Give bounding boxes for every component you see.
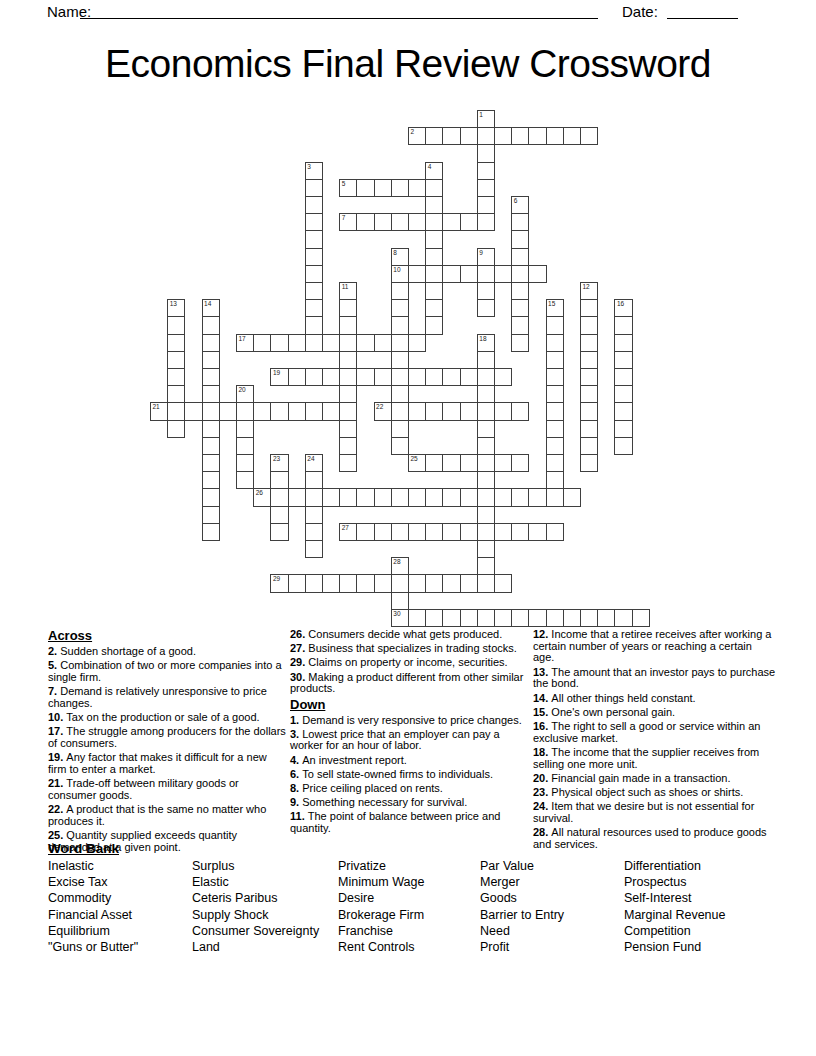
grid-cell[interactable] [356, 213, 374, 231]
grid-cell[interactable] [546, 334, 564, 352]
grid-cell[interactable] [511, 127, 529, 145]
grid-cell[interactable] [391, 316, 409, 334]
grid-cell[interactable] [425, 609, 443, 627]
grid-cell[interactable] [236, 402, 254, 420]
grid-cell[interactable] [425, 179, 443, 197]
grid-cell[interactable] [305, 540, 323, 558]
grid-cell[interactable] [442, 127, 460, 145]
grid-cell[interactable] [494, 454, 512, 472]
grid-cell[interactable] [460, 213, 478, 231]
grid-cell[interactable] [460, 127, 478, 145]
grid-cell[interactable] [270, 471, 288, 489]
grid-cell[interactable] [614, 316, 632, 334]
grid-cell[interactable] [374, 523, 392, 541]
grid-cell[interactable]: 6 [511, 196, 529, 214]
grid-cell[interactable] [391, 179, 409, 197]
grid-cell[interactable] [477, 523, 495, 541]
grid-cell[interactable] [425, 299, 443, 317]
grid-cell[interactable] [511, 609, 529, 627]
grid-cell[interactable] [339, 316, 357, 334]
grid-cell[interactable] [305, 282, 323, 300]
grid-cell[interactable] [460, 454, 478, 472]
grid-cell[interactable] [477, 368, 495, 386]
grid-cell[interactable] [546, 420, 564, 438]
grid-cell[interactable] [219, 402, 237, 420]
grid-cell[interactable]: 9 [477, 248, 495, 266]
grid-cell[interactable] [511, 402, 529, 420]
clue-number: 1. [290, 714, 302, 726]
grid-cell[interactable] [614, 368, 632, 386]
clue: 14. All other things held constant. [533, 693, 776, 705]
grid-cell[interactable] [477, 213, 495, 231]
grid-cell[interactable] [546, 351, 564, 369]
grid-cell[interactable] [477, 540, 495, 558]
grid-cell[interactable] [184, 402, 202, 420]
grid-cell[interactable] [494, 402, 512, 420]
grid-cell[interactable] [202, 402, 220, 420]
grid-cell[interactable] [408, 334, 426, 352]
grid-cell[interactable] [442, 454, 460, 472]
grid-cell[interactable] [202, 368, 220, 386]
grid-cell[interactable] [425, 248, 443, 266]
grid-cell[interactable] [511, 454, 529, 472]
grid-cell[interactable] [236, 437, 254, 455]
grid-cell[interactable] [511, 248, 529, 266]
grid-cell[interactable] [614, 420, 632, 438]
grid-cell[interactable] [408, 368, 426, 386]
grid-cell[interactable] [408, 609, 426, 627]
clue: 1. Demand is very responsive to price ch… [290, 715, 530, 727]
clue: 19. Any factor that makes it difficult f… [48, 752, 288, 775]
grid-cell[interactable] [339, 574, 357, 592]
grid-cell[interactable] [202, 385, 220, 403]
grid-cell[interactable] [305, 488, 323, 506]
grid-cell[interactable] [477, 299, 495, 317]
grid-cell[interactable] [305, 523, 323, 541]
grid-cell[interactable] [460, 574, 478, 592]
grid-cell[interactable]: 22 [374, 402, 392, 420]
grid-cell[interactable] [356, 523, 374, 541]
grid-cell[interactable] [391, 523, 409, 541]
grid-cell[interactable] [477, 282, 495, 300]
grid-cell[interactable] [494, 574, 512, 592]
grid-cell[interactable] [391, 385, 409, 403]
grid-cell[interactable] [614, 351, 632, 369]
grid-cell[interactable]: 20 [236, 385, 254, 403]
grid-cell[interactable]: 21 [150, 402, 168, 420]
grid-cell[interactable] [494, 368, 512, 386]
grid-cell[interactable] [305, 248, 323, 266]
grid-cell[interactable] [391, 351, 409, 369]
grid-cell[interactable] [477, 385, 495, 403]
clue-number: 28. [533, 826, 551, 838]
clue-number: 18. [533, 746, 551, 758]
grid-cell[interactable] [374, 213, 392, 231]
grid-cell[interactable] [236, 454, 254, 472]
grid-cell[interactable] [614, 334, 632, 352]
grid-cell[interactable] [511, 213, 529, 231]
grid-cell[interactable] [408, 265, 426, 283]
grid-cell[interactable] [202, 506, 220, 524]
grid-cell[interactable]: 26 [253, 488, 271, 506]
grid-cell[interactable] [322, 574, 340, 592]
grid-cell[interactable] [442, 609, 460, 627]
grid-cell[interactable] [408, 488, 426, 506]
grid-cell[interactable] [425, 316, 443, 334]
grid-cell[interactable] [477, 574, 495, 592]
grid-cell[interactable] [339, 420, 357, 438]
grid-cell[interactable] [374, 368, 392, 386]
cell-number: 12 [583, 283, 590, 290]
clue: 8. Price ceiling placed on rents. [290, 783, 530, 795]
clue-number: 7. [48, 685, 60, 697]
grid-cell[interactable]: 7 [339, 213, 357, 231]
date-label: Date: [622, 3, 658, 20]
grid-cell[interactable] [511, 265, 529, 283]
grid-cell[interactable] [477, 437, 495, 455]
grid-cell[interactable] [356, 334, 374, 352]
grid-cell[interactable]: 18 [477, 334, 495, 352]
grid-cell[interactable] [477, 609, 495, 627]
grid-cell[interactable] [305, 213, 323, 231]
grid-cell[interactable] [614, 402, 632, 420]
grid-cell[interactable] [546, 454, 564, 472]
grid-cell[interactable] [391, 213, 409, 231]
grid-cell[interactable] [408, 574, 426, 592]
grid-cell[interactable] [528, 488, 546, 506]
grid-cell[interactable]: 1 [477, 110, 495, 128]
grid-cell[interactable] [253, 402, 271, 420]
grid-cell[interactable] [614, 437, 632, 455]
grid-cell[interactable] [511, 316, 529, 334]
grid-cell[interactable]: 25 [408, 454, 426, 472]
grid-cell[interactable] [374, 179, 392, 197]
grid-cell[interactable] [442, 574, 460, 592]
grid-cell[interactable] [494, 523, 512, 541]
grid-cell[interactable] [580, 402, 598, 420]
grid-cell[interactable] [477, 127, 495, 145]
grid-cell[interactable] [442, 213, 460, 231]
grid-cell[interactable] [167, 351, 185, 369]
grid-cell[interactable] [442, 488, 460, 506]
grid-cell[interactable] [546, 127, 564, 145]
grid-cell[interactable] [305, 506, 323, 524]
name-blank-line[interactable] [80, 2, 598, 19]
grid-cell[interactable]: 3 [305, 162, 323, 180]
cell-number: 19 [273, 369, 280, 376]
grid-cell[interactable] [528, 609, 546, 627]
grid-cell[interactable] [391, 420, 409, 438]
grid-cell[interactable] [425, 282, 443, 300]
grid-cell[interactable] [202, 351, 220, 369]
grid-cell[interactable] [477, 557, 495, 575]
grid-cell[interactable] [477, 506, 495, 524]
grid-cell[interactable] [288, 368, 306, 386]
grid-cell[interactable] [580, 368, 598, 386]
grid-cell[interactable] [253, 334, 271, 352]
grid-cell[interactable] [494, 488, 512, 506]
grid-cell[interactable] [580, 127, 598, 145]
grid-cell[interactable] [477, 471, 495, 489]
grid-cell[interactable] [580, 437, 598, 455]
grid-cell[interactable] [305, 402, 323, 420]
grid-cell[interactable] [270, 506, 288, 524]
grid-cell[interactable] [374, 334, 392, 352]
grid-cell[interactable]: 15 [546, 299, 564, 317]
word-bank-column-3: PrivatizeMinimum WageDesireBrokerage Fir… [338, 858, 424, 955]
grid-cell[interactable] [356, 488, 374, 506]
grid-cell[interactable] [546, 609, 564, 627]
grid-cell[interactable]: 17 [236, 334, 254, 352]
word-bank-item: Minimum Wage [338, 874, 424, 890]
grid-cell[interactable] [339, 299, 357, 317]
grid-cell[interactable] [270, 523, 288, 541]
grid-cell[interactable] [322, 368, 340, 386]
grid-cell[interactable] [167, 316, 185, 334]
grid-cell[interactable] [425, 230, 443, 248]
grid-cell[interactable]: 29 [270, 574, 288, 592]
cell-number: 28 [393, 558, 400, 565]
grid-cell[interactable] [460, 488, 478, 506]
grid-cell[interactable] [546, 523, 564, 541]
grid-cell[interactable] [339, 334, 357, 352]
grid-cell[interactable]: 19 [270, 368, 288, 386]
grid-cell[interactable] [408, 179, 426, 197]
grid-cell[interactable] [425, 402, 443, 420]
grid-cell[interactable] [460, 265, 478, 283]
grid-cell[interactable] [425, 523, 443, 541]
date-blank-line[interactable] [667, 2, 738, 19]
grid-cell[interactable]: 28 [391, 557, 409, 575]
grid-cell[interactable] [425, 574, 443, 592]
grid-cell[interactable] [614, 385, 632, 403]
grid-cell[interactable]: 2 [408, 127, 426, 145]
grid-cell[interactable] [356, 179, 374, 197]
grid-cell[interactable] [563, 127, 581, 145]
grid-cell[interactable] [167, 334, 185, 352]
grid-cell[interactable] [305, 574, 323, 592]
grid-cell[interactable] [356, 368, 374, 386]
grid-cell[interactable] [511, 523, 529, 541]
grid-cell[interactable] [511, 282, 529, 300]
grid-cell[interactable] [511, 299, 529, 317]
grid-cell[interactable] [202, 420, 220, 438]
grid-cell[interactable]: 12 [580, 282, 598, 300]
grid-cell[interactable] [202, 523, 220, 541]
grid-cell[interactable] [511, 230, 529, 248]
grid-cell[interactable] [391, 402, 409, 420]
grid-cell[interactable]: 14 [202, 299, 220, 317]
grid-cell[interactable] [339, 385, 357, 403]
grid-cell[interactable] [425, 368, 443, 386]
cell-number: 6 [514, 197, 518, 204]
grid-cell[interactable] [391, 282, 409, 300]
grid-cell[interactable] [580, 316, 598, 334]
grid-cell[interactable] [270, 402, 288, 420]
grid-cell[interactable] [546, 385, 564, 403]
grid-cell[interactable] [270, 488, 288, 506]
grid-cell[interactable] [167, 368, 185, 386]
grid-cell[interactable]: 8 [391, 248, 409, 266]
grid-cell[interactable] [460, 609, 478, 627]
grid-cell[interactable] [425, 454, 443, 472]
grid-cell[interactable] [408, 402, 426, 420]
grid-cell[interactable] [339, 351, 357, 369]
grid-cell[interactable] [408, 213, 426, 231]
grid-cell[interactable] [391, 437, 409, 455]
grid-cell[interactable] [288, 334, 306, 352]
grid-cell[interactable] [546, 316, 564, 334]
grid-cell[interactable] [305, 334, 323, 352]
grid-cell[interactable] [442, 523, 460, 541]
grid-cell[interactable] [477, 402, 495, 420]
grid-cell[interactable] [425, 488, 443, 506]
grid-cell[interactable] [528, 523, 546, 541]
grid-cell[interactable] [477, 488, 495, 506]
grid-cell[interactable] [236, 471, 254, 489]
grid-cell[interactable] [546, 437, 564, 455]
grid-cell[interactable] [167, 420, 185, 438]
grid-cell[interactable]: 16 [614, 299, 632, 317]
grid-cell[interactable] [494, 609, 512, 627]
word-bank-item: Self-Interest [624, 890, 725, 906]
grid-cell[interactable] [460, 402, 478, 420]
grid-cell[interactable] [202, 437, 220, 455]
grid-cell[interactable] [305, 179, 323, 197]
grid-cell[interactable] [322, 334, 340, 352]
grid-cell[interactable] [339, 488, 357, 506]
grid-cell[interactable] [339, 368, 357, 386]
grid-cell[interactable] [580, 454, 598, 472]
grid-cell[interactable]: 11 [339, 282, 357, 300]
clue-number: 15. [533, 706, 551, 718]
grid-cell[interactable] [305, 471, 323, 489]
grid-cell[interactable] [391, 334, 409, 352]
word-bank-column-1: InelasticExcise TaxCommodityFinancial As… [48, 858, 138, 955]
grid-cell[interactable] [356, 574, 374, 592]
grid-cell[interactable] [528, 127, 546, 145]
grid-cell[interactable] [236, 420, 254, 438]
grid-cell[interactable] [408, 523, 426, 541]
grid-cell[interactable] [546, 471, 564, 489]
grid-cell[interactable] [425, 213, 443, 231]
grid-cell[interactable] [270, 334, 288, 352]
grid-cell[interactable] [494, 127, 512, 145]
grid-cell[interactable] [374, 488, 392, 506]
grid-cell[interactable] [305, 196, 323, 214]
grid-cell[interactable] [425, 127, 443, 145]
grid-cell[interactable] [391, 488, 409, 506]
grid-cell[interactable] [425, 265, 443, 283]
worksheet-page: Name: Date: Economics Final Review Cross… [0, 0, 816, 1056]
grid-cell[interactable] [305, 368, 323, 386]
grid-cell[interactable] [374, 574, 392, 592]
clue: 6. To sell state-owned firms to individu… [290, 769, 530, 781]
grid-cell[interactable] [202, 316, 220, 334]
grid-cell[interactable] [202, 454, 220, 472]
grid-cell[interactable]: 10 [391, 265, 409, 283]
grid-cell[interactable] [322, 402, 340, 420]
grid-cell[interactable] [442, 402, 460, 420]
grid-cell[interactable] [322, 488, 340, 506]
clue-number: 29. [290, 656, 308, 668]
grid-cell[interactable] [477, 265, 495, 283]
grid-cell[interactable] [167, 385, 185, 403]
grid-cell[interactable] [563, 609, 581, 627]
grid-cell[interactable] [460, 368, 478, 386]
grid-cell[interactable]: 13 [167, 299, 185, 317]
grid-cell[interactable] [546, 402, 564, 420]
grid-cell[interactable] [477, 179, 495, 197]
grid-cell[interactable] [614, 609, 632, 627]
grid-cell[interactable] [597, 609, 615, 627]
grid-cell[interactable] [305, 316, 323, 334]
grid-cell[interactable] [391, 574, 409, 592]
grid-cell[interactable] [167, 402, 185, 420]
grid-cell[interactable] [580, 299, 598, 317]
grid-cell[interactable]: 23 [270, 454, 288, 472]
grid-cell[interactable] [391, 299, 409, 317]
grid-cell[interactable]: 24 [305, 454, 323, 472]
grid-cell[interactable] [477, 454, 495, 472]
grid-cell[interactable]: 4 [425, 162, 443, 180]
grid-cell[interactable] [511, 334, 529, 352]
grid-cell[interactable] [494, 265, 512, 283]
grid-cell[interactable] [511, 488, 529, 506]
grid-cell[interactable] [546, 368, 564, 386]
grid-cell[interactable] [442, 368, 460, 386]
grid-cell[interactable] [391, 592, 409, 610]
grid-cell[interactable] [580, 334, 598, 352]
clue-number: 27. [290, 642, 308, 654]
grid-cell[interactable]: 27 [339, 523, 357, 541]
grid-cell[interactable] [580, 385, 598, 403]
grid-cell[interactable] [288, 488, 306, 506]
grid-cell[interactable]: 30 [391, 609, 409, 627]
grid-cell[interactable] [288, 574, 306, 592]
grid-cell[interactable] [477, 196, 495, 214]
grid-cell[interactable] [202, 471, 220, 489]
grid-cell[interactable] [580, 609, 598, 627]
grid-cell[interactable] [477, 351, 495, 369]
grid-cell[interactable] [305, 265, 323, 283]
grid-cell[interactable]: 5 [339, 179, 357, 197]
grid-cell[interactable] [288, 402, 306, 420]
grid-cell[interactable] [202, 334, 220, 352]
grid-cell[interactable] [339, 402, 357, 420]
grid-cell[interactable] [632, 609, 650, 627]
grid-cell[interactable] [580, 351, 598, 369]
grid-cell[interactable] [477, 162, 495, 180]
word-bank-item: Surplus [192, 858, 319, 874]
grid-cell[interactable] [546, 488, 564, 506]
word-bank-item: Competition [624, 923, 725, 939]
grid-cell[interactable] [202, 488, 220, 506]
grid-cell[interactable] [339, 437, 357, 455]
grid-cell[interactable] [477, 420, 495, 438]
grid-cell[interactable] [477, 144, 495, 162]
grid-cell[interactable] [580, 420, 598, 438]
grid-cell[interactable] [305, 299, 323, 317]
grid-cell[interactable] [442, 265, 460, 283]
grid-cell[interactable] [563, 488, 581, 506]
grid-cell[interactable] [528, 265, 546, 283]
grid-cell[interactable] [425, 196, 443, 214]
grid-cell[interactable] [339, 454, 357, 472]
grid-cell[interactable] [460, 523, 478, 541]
grid-cell[interactable] [391, 368, 409, 386]
grid-cell[interactable] [305, 230, 323, 248]
